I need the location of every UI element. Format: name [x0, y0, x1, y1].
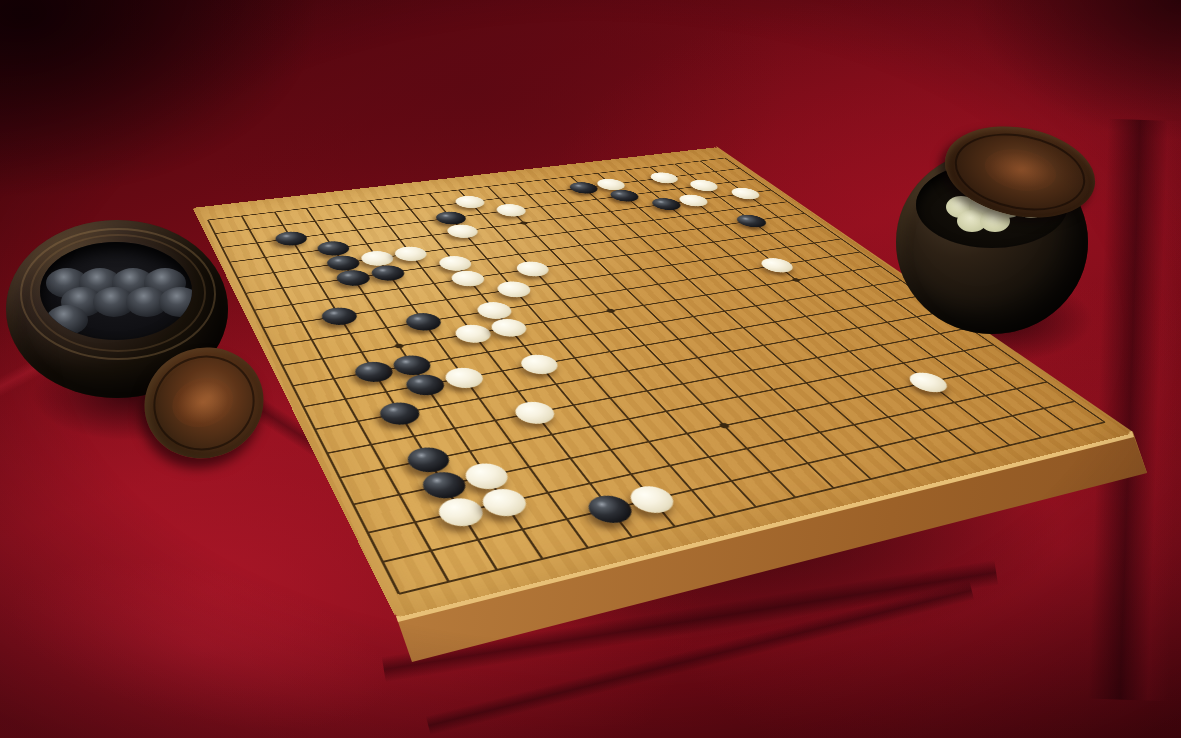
- black-bowl-opening: [40, 242, 192, 340]
- black-stone-5-9: [402, 311, 447, 333]
- white-stone-7-10: [486, 317, 532, 339]
- black-stone-8-3: [432, 210, 470, 226]
- black-stone-4-4: [314, 240, 353, 258]
- white-stone-9-7: [512, 260, 554, 278]
- black-stone-4-12: [402, 372, 450, 398]
- white-stone-6-14: [509, 399, 560, 427]
- black-stone-3-16: [416, 469, 471, 502]
- black-stone-5-6: [368, 264, 409, 283]
- white-stone-6-5: [391, 245, 431, 263]
- white-stone-18-4: [727, 187, 765, 201]
- white-stone-17-3: [686, 179, 724, 193]
- white-stone-9-2: [451, 194, 488, 209]
- black-stone-3-3: [272, 230, 311, 247]
- white-stone-8-4: [443, 223, 482, 239]
- black-stone-3-11: [350, 359, 397, 384]
- white-stone-5-12: [440, 366, 488, 391]
- black-stone-17-6: [732, 213, 772, 228]
- white-stone-6-10: [450, 323, 496, 345]
- white-stone-8-8: [493, 279, 536, 299]
- star-point-10-4: [519, 221, 528, 225]
- white-stone-4-17: [477, 485, 534, 519]
- black-stone-3-15: [402, 445, 455, 476]
- white-stone-7-12: [515, 353, 563, 377]
- white-stone-16-16: [902, 370, 954, 395]
- photo-stage: [0, 0, 1181, 738]
- white-stone-3-17: [432, 495, 489, 530]
- black-stone-4-5: [323, 254, 363, 272]
- black-stone-4-11: [389, 353, 436, 378]
- black-stone-14-3: [606, 189, 644, 203]
- white-stone-7-7: [447, 269, 489, 288]
- white-stone-16-9: [755, 257, 798, 275]
- white-stone-10-3: [492, 203, 530, 218]
- black-stone-4-6: [333, 269, 374, 288]
- black-stone-3-8: [317, 305, 361, 327]
- grid-line-v-10: [487, 186, 796, 497]
- white-stone-4-16: [460, 460, 515, 492]
- white-stone-16-2: [646, 171, 683, 184]
- black-stone-3-13: [374, 400, 424, 428]
- grid-line-v-11: [515, 183, 834, 488]
